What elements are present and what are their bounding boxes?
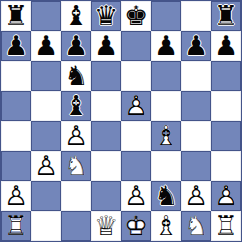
square-a2[interactable]: ♟♙ (1, 181, 31, 211)
black-knight[interactable]: ♞ (61, 61, 91, 91)
square-h8[interactable]: ♜ (211, 1, 241, 31)
black-pawn[interactable]: ♟ (31, 31, 61, 61)
white-pawn[interactable]: ♟♙ (121, 181, 151, 211)
square-b4[interactable] (31, 121, 61, 151)
square-g2[interactable]: ♟♙ (181, 181, 211, 211)
square-d7[interactable]: ♟ (91, 31, 121, 61)
square-g7[interactable]: ♟ (181, 31, 211, 61)
square-e7[interactable] (121, 31, 151, 61)
black-piece-glyph: ♝ (61, 91, 91, 121)
square-b2[interactable] (31, 181, 61, 211)
square-d6[interactable] (91, 61, 121, 91)
square-f5[interactable] (151, 91, 181, 121)
square-d5[interactable] (91, 91, 121, 121)
square-b8[interactable] (31, 1, 61, 31)
black-bishop[interactable]: ♝ (61, 91, 91, 121)
white-piece-outline-glyph: ♙ (211, 181, 241, 211)
black-pawn[interactable]: ♟ (91, 31, 121, 61)
black-piece-glyph: ♟ (211, 31, 241, 61)
square-c8[interactable]: ♝ (61, 1, 91, 31)
square-e6[interactable] (121, 61, 151, 91)
black-piece-glyph: ♝ (61, 1, 91, 31)
white-rook[interactable]: ♜♖ (211, 211, 241, 241)
square-e5[interactable]: ♟♙ (121, 91, 151, 121)
black-piece-glyph: ♟ (61, 31, 91, 61)
square-f3[interactable] (151, 151, 181, 181)
square-c7[interactable]: ♟ (61, 31, 91, 61)
white-piece-outline-glyph: ♕ (91, 211, 121, 241)
black-piece-glyph: ♟ (181, 31, 211, 61)
square-d8[interactable]: ♛ (91, 1, 121, 31)
black-piece-glyph: ♟ (151, 31, 181, 61)
white-piece-outline-glyph: ♙ (121, 91, 151, 121)
black-pawn[interactable]: ♟ (61, 31, 91, 61)
white-pawn[interactable]: ♟♙ (1, 181, 31, 211)
square-d2[interactable] (91, 181, 121, 211)
square-c5[interactable]: ♝ (61, 91, 91, 121)
square-c2[interactable] (61, 181, 91, 211)
chess-board: ♜♝♛♚♜♟♟♟♟♟♟♟♞♝♟♙♟♙♝♗♟♙♞♘♟♙♟♙♞♟♙♟♙♜♖♛♕♚♔♝… (0, 0, 242, 242)
square-f8[interactable] (151, 1, 181, 31)
square-g1[interactable]: ♞♘ (181, 211, 211, 241)
square-a4[interactable] (1, 121, 31, 151)
square-e1[interactable]: ♚♔ (121, 211, 151, 241)
black-pawn[interactable]: ♟ (1, 31, 31, 61)
black-pawn[interactable]: ♟ (181, 31, 211, 61)
square-a5[interactable] (1, 91, 31, 121)
white-piece-outline-glyph: ♔ (121, 211, 151, 241)
black-bishop[interactable]: ♝ (61, 1, 91, 31)
square-c6[interactable]: ♞ (61, 61, 91, 91)
square-b5[interactable] (31, 91, 61, 121)
square-f7[interactable]: ♟ (151, 31, 181, 61)
white-pawn[interactable]: ♟♙ (211, 181, 241, 211)
black-pawn[interactable]: ♟ (151, 31, 181, 61)
black-piece-glyph: ♟ (1, 31, 31, 61)
square-g6[interactable] (181, 61, 211, 91)
black-piece-glyph: ♞ (61, 61, 91, 91)
white-piece-outline-glyph: ♙ (61, 121, 91, 151)
white-piece-outline-glyph: ♙ (1, 181, 31, 211)
square-a1[interactable]: ♜♖ (1, 211, 31, 241)
black-piece-glyph: ♜ (211, 1, 241, 31)
white-pawn[interactable]: ♟♙ (181, 181, 211, 211)
square-c3[interactable]: ♞♘ (61, 151, 91, 181)
square-b6[interactable] (31, 61, 61, 91)
square-h3[interactable] (211, 151, 241, 181)
square-a7[interactable]: ♟ (1, 31, 31, 61)
square-g3[interactable] (181, 151, 211, 181)
square-f6[interactable] (151, 61, 181, 91)
black-queen[interactable]: ♛ (91, 1, 121, 31)
square-h7[interactable]: ♟ (211, 31, 241, 61)
square-f1[interactable]: ♝♗ (151, 211, 181, 241)
square-h1[interactable]: ♜♖ (211, 211, 241, 241)
square-e8[interactable]: ♚ (121, 1, 151, 31)
square-h2[interactable]: ♟♙ (211, 181, 241, 211)
white-knight[interactable]: ♞♘ (61, 151, 91, 181)
square-g4[interactable] (181, 121, 211, 151)
black-piece-glyph: ♞ (151, 181, 181, 211)
white-bishop[interactable]: ♝♗ (151, 121, 181, 151)
black-piece-glyph: ♛ (91, 1, 121, 31)
white-piece-outline-glyph: ♖ (211, 211, 241, 241)
white-piece-outline-glyph: ♙ (181, 181, 211, 211)
square-h4[interactable] (211, 121, 241, 151)
square-e3[interactable] (121, 151, 151, 181)
square-c1[interactable] (61, 211, 91, 241)
square-a6[interactable] (1, 61, 31, 91)
square-a3[interactable] (1, 151, 31, 181)
white-piece-outline-glyph: ♖ (1, 211, 31, 241)
white-pawn[interactable]: ♟♙ (121, 91, 151, 121)
white-knight[interactable]: ♞♘ (181, 211, 211, 241)
square-d3[interactable] (91, 151, 121, 181)
black-rook[interactable]: ♜ (1, 1, 31, 31)
square-g8[interactable] (181, 1, 211, 31)
black-piece-glyph: ♜ (1, 1, 31, 31)
square-b7[interactable]: ♟ (31, 31, 61, 61)
white-queen[interactable]: ♛♕ (91, 211, 121, 241)
black-piece-glyph: ♟ (31, 31, 61, 61)
black-piece-glyph: ♟ (91, 31, 121, 61)
white-piece-outline-glyph: ♗ (151, 121, 181, 151)
white-piece-outline-glyph: ♙ (31, 151, 61, 181)
white-piece-outline-glyph: ♘ (181, 211, 211, 241)
square-d4[interactable] (91, 121, 121, 151)
square-e2[interactable]: ♟♙ (121, 181, 151, 211)
black-king[interactable]: ♚ (121, 1, 151, 31)
white-piece-outline-glyph: ♘ (61, 151, 91, 181)
square-e4[interactable] (121, 121, 151, 151)
white-king[interactable]: ♚♔ (121, 211, 151, 241)
square-c4[interactable]: ♟♙ (61, 121, 91, 151)
white-bishop[interactable]: ♝♗ (151, 211, 181, 241)
white-piece-outline-glyph: ♗ (151, 211, 181, 241)
square-d1[interactable]: ♛♕ (91, 211, 121, 241)
square-b1[interactable] (31, 211, 61, 241)
black-rook[interactable]: ♜ (211, 1, 241, 31)
square-b3[interactable]: ♟♙ (31, 151, 61, 181)
white-pawn[interactable]: ♟♙ (61, 121, 91, 151)
square-h5[interactable] (211, 91, 241, 121)
white-pawn[interactable]: ♟♙ (31, 151, 61, 181)
square-h6[interactable] (211, 61, 241, 91)
black-pawn[interactable]: ♟ (211, 31, 241, 61)
square-f4[interactable]: ♝♗ (151, 121, 181, 151)
white-piece-outline-glyph: ♙ (121, 181, 151, 211)
black-knight[interactable]: ♞ (151, 181, 181, 211)
white-rook[interactable]: ♜♖ (1, 211, 31, 241)
square-g5[interactable] (181, 91, 211, 121)
black-piece-glyph: ♚ (121, 1, 151, 31)
square-f2[interactable]: ♞ (151, 181, 181, 211)
square-a8[interactable]: ♜ (1, 1, 31, 31)
